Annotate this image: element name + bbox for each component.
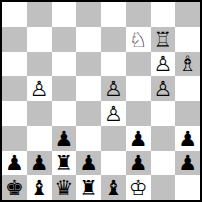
square-e2[interactable] [101,151,126,176]
square-b2[interactable]: ♟ [27,151,52,176]
square-b6[interactable] [27,52,52,77]
square-d1[interactable]: ♜ [76,175,101,200]
square-g4[interactable] [151,101,176,126]
square-d8[interactable] [76,2,101,27]
black-pawn: ♟ [79,153,98,174]
square-h4[interactable] [175,101,200,126]
square-f3[interactable]: ♟ [126,126,151,151]
chess-diagram: ♘♖♙♗♙♙♙♙♟♟♟♟♟♜♟♟♟♚♝♛♜♝♔ [0,0,202,202]
white-knight: ♘ [129,30,148,51]
white-pawn: ♙ [104,79,123,100]
square-d6[interactable] [76,52,101,77]
square-d3[interactable] [76,126,101,151]
square-h5[interactable] [175,76,200,101]
white-pawn: ♙ [153,54,172,75]
black-pawn: ♟ [54,129,73,150]
square-b4[interactable] [27,101,52,126]
white-pawn: ♙ [30,79,49,100]
square-f1[interactable]: ♔ [126,175,151,200]
square-f8[interactable] [126,2,151,27]
square-g8[interactable] [151,2,176,27]
square-h1[interactable] [175,175,200,200]
square-c2[interactable]: ♜ [52,151,77,176]
black-pawn: ♟ [178,153,197,174]
square-f6[interactable] [126,52,151,77]
black-rook: ♜ [54,153,73,174]
square-d5[interactable] [76,76,101,101]
square-b1[interactable]: ♝ [27,175,52,200]
black-pawn: ♟ [178,129,197,150]
square-c1[interactable]: ♛ [52,175,77,200]
square-d4[interactable] [76,101,101,126]
square-e8[interactable] [101,2,126,27]
white-king: ♔ [129,178,148,199]
square-b3[interactable] [27,126,52,151]
square-a7[interactable] [2,27,27,52]
square-g7[interactable]: ♖ [151,27,176,52]
square-a4[interactable] [2,101,27,126]
square-g6[interactable]: ♙ [151,52,176,77]
square-a1[interactable]: ♚ [2,175,27,200]
square-e5[interactable]: ♙ [101,76,126,101]
black-pawn: ♟ [5,153,24,174]
square-h3[interactable]: ♟ [175,126,200,151]
black-pawn: ♟ [129,153,148,174]
square-g5[interactable]: ♙ [151,76,176,101]
square-c8[interactable] [52,2,77,27]
black-rook: ♜ [79,178,98,199]
white-pawn: ♙ [104,104,123,125]
black-pawn: ♟ [30,153,49,174]
square-d2[interactable]: ♟ [76,151,101,176]
black-queen: ♛ [54,178,73,199]
square-g3[interactable] [151,126,176,151]
square-e4[interactable]: ♙ [101,101,126,126]
black-bishop: ♝ [104,178,123,199]
white-bishop: ♗ [178,54,197,75]
square-a5[interactable] [2,76,27,101]
square-c5[interactable] [52,76,77,101]
square-d7[interactable] [76,27,101,52]
square-e6[interactable] [101,52,126,77]
square-f4[interactable] [126,101,151,126]
square-c6[interactable] [52,52,77,77]
square-b5[interactable]: ♙ [27,76,52,101]
square-e1[interactable]: ♝ [101,175,126,200]
square-h2[interactable]: ♟ [175,151,200,176]
square-a2[interactable]: ♟ [2,151,27,176]
black-king: ♚ [5,178,24,199]
square-a6[interactable] [2,52,27,77]
square-e3[interactable] [101,126,126,151]
square-c3[interactable]: ♟ [52,126,77,151]
square-h8[interactable] [175,2,200,27]
square-a3[interactable] [2,126,27,151]
chess-board: ♘♖♙♗♙♙♙♙♟♟♟♟♟♜♟♟♟♚♝♛♜♝♔ [0,0,202,202]
square-h7[interactable] [175,27,200,52]
square-f5[interactable] [126,76,151,101]
square-f7[interactable]: ♘ [126,27,151,52]
square-h6[interactable]: ♗ [175,52,200,77]
white-rook: ♖ [153,30,172,51]
square-c7[interactable] [52,27,77,52]
white-pawn: ♙ [153,79,172,100]
square-f2[interactable]: ♟ [126,151,151,176]
square-b8[interactable] [27,2,52,27]
square-g1[interactable] [151,175,176,200]
black-bishop: ♝ [30,178,49,199]
square-g2[interactable] [151,151,176,176]
square-c4[interactable] [52,101,77,126]
square-a8[interactable] [2,2,27,27]
square-e7[interactable] [101,27,126,52]
square-b7[interactable] [27,27,52,52]
black-pawn: ♟ [129,129,148,150]
